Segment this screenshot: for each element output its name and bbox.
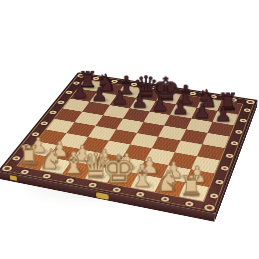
piece-black-pawn[interactable]: ♟ (111, 89, 128, 107)
frame-ornament (112, 186, 122, 192)
perspective-scene: ♜♞♝♛♚♝♞♜♟♟♟♟♟♟♟♟♟♟♟♟♟♟♟♟♜♞♝♛♚♝♞♜ (0, 0, 259, 259)
frame-ornament (209, 193, 218, 199)
piece-white-knight[interactable]: ♞ (154, 168, 179, 195)
product-photo: ♜♞♝♛♚♝♞♜♟♟♟♟♟♟♟♟♟♟♟♟♟♟♟♟♜♞♝♛♚♝♞♜ (0, 0, 259, 259)
frame-corner-ornament (1, 165, 14, 172)
piece-black-pawn[interactable]: ♟ (214, 105, 232, 124)
piece-black-pawn[interactable]: ♟ (91, 86, 108, 104)
piece-black-pawn[interactable]: ♟ (72, 83, 89, 101)
piece-black-pawn[interactable]: ♟ (193, 102, 210, 121)
piece-black-pawn[interactable]: ♟ (131, 92, 148, 110)
frame-ornament (220, 166, 229, 171)
frame-ornament (88, 182, 98, 188)
piece-white-rook[interactable]: ♜ (179, 174, 203, 200)
frame-corner-ornament (245, 99, 255, 104)
chess-board: ♜♞♝♛♚♝♞♜♟♟♟♟♟♟♟♟♟♟♟♟♟♟♟♟♜♞♝♛♚♝♞♜ (0, 72, 258, 213)
brass-hinge-icon (10, 175, 17, 181)
frame-ornament (136, 191, 146, 197)
frame-ornament (42, 173, 52, 179)
frame-ornament (65, 178, 75, 184)
brass-clasp-icon (96, 192, 109, 200)
frame-ornament (160, 196, 170, 202)
frame-ornament (243, 108, 251, 112)
frame-ornament (234, 129, 242, 134)
frame-ornament (239, 118, 247, 122)
frame-ornament (225, 153, 234, 158)
piece-black-pawn[interactable]: ♟ (152, 95, 169, 113)
frame-ornament (48, 110, 57, 114)
frame-ornament (56, 100, 65, 104)
frame-corner-ornament (203, 204, 215, 212)
frame-ornament (230, 141, 238, 146)
piece-white-bishop[interactable]: ♝ (129, 162, 156, 191)
piece-black-pawn[interactable]: ♟ (172, 99, 189, 117)
frame-ornament (20, 169, 30, 174)
frame-ornament (39, 121, 48, 126)
frame-ornament (214, 179, 223, 185)
frame-ornament (185, 201, 195, 207)
piece-white-rook[interactable]: ♜ (17, 144, 40, 168)
piece-white-knight[interactable]: ♞ (39, 147, 63, 173)
